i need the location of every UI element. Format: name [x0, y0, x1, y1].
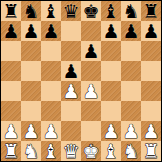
black-rook[interactable]: ♜: [142, 1, 159, 21]
white-pawn[interactable]: ♟: [22, 121, 39, 141]
square-g8[interactable]: ♞: [121, 1, 141, 21]
square-h2[interactable]: ♟: [141, 121, 161, 141]
square-h6[interactable]: [141, 41, 161, 61]
square-d7[interactable]: [61, 21, 81, 41]
square-h3[interactable]: [141, 101, 161, 121]
chess-board: ♜♞♝♛♚♝♞♜♟♟♟♟♟♟♟♟♟♟♟♟♟♟♟♟♜♞♝♛♚♝♞♜: [0, 0, 162, 162]
square-f8[interactable]: ♝: [101, 1, 121, 21]
black-pawn[interactable]: ♟: [102, 21, 119, 41]
square-h4[interactable]: [141, 81, 161, 101]
square-d1[interactable]: ♛: [61, 141, 81, 161]
square-d5[interactable]: ♟: [61, 61, 81, 81]
square-a6[interactable]: [1, 41, 21, 61]
white-pawn[interactable]: ♟: [82, 81, 99, 101]
square-b6[interactable]: [21, 41, 41, 61]
square-c1[interactable]: ♝: [41, 141, 61, 161]
white-pawn[interactable]: ♟: [142, 121, 159, 141]
square-c8[interactable]: ♝: [41, 1, 61, 21]
square-h1[interactable]: ♜: [141, 141, 161, 161]
black-pawn[interactable]: ♟: [142, 21, 159, 41]
square-f1[interactable]: ♝: [101, 141, 121, 161]
square-a1[interactable]: ♜: [1, 141, 21, 161]
white-bishop[interactable]: ♝: [102, 141, 119, 161]
black-bishop[interactable]: ♝: [102, 1, 119, 21]
square-c2[interactable]: ♟: [41, 121, 61, 141]
square-a2[interactable]: ♟: [1, 121, 21, 141]
white-knight[interactable]: ♞: [122, 141, 139, 161]
square-h8[interactable]: ♜: [141, 1, 161, 21]
square-g5[interactable]: [121, 61, 141, 81]
white-knight[interactable]: ♞: [22, 141, 39, 161]
black-bishop[interactable]: ♝: [42, 1, 59, 21]
white-pawn[interactable]: ♟: [102, 121, 119, 141]
square-f5[interactable]: [101, 61, 121, 81]
white-bishop[interactable]: ♝: [42, 141, 59, 161]
square-a5[interactable]: [1, 61, 21, 81]
white-queen[interactable]: ♛: [62, 141, 79, 161]
black-pawn[interactable]: ♟: [42, 21, 59, 41]
square-c5[interactable]: [41, 61, 61, 81]
white-rook[interactable]: ♜: [2, 141, 19, 161]
square-f7[interactable]: ♟: [101, 21, 121, 41]
square-b3[interactable]: [21, 101, 41, 121]
square-d3[interactable]: [61, 101, 81, 121]
square-e7[interactable]: [81, 21, 101, 41]
square-g4[interactable]: [121, 81, 141, 101]
black-pawn[interactable]: ♟: [2, 21, 19, 41]
white-pawn[interactable]: ♟: [62, 81, 79, 101]
square-h7[interactable]: ♟: [141, 21, 161, 41]
square-f6[interactable]: [101, 41, 121, 61]
black-pawn[interactable]: ♟: [82, 41, 99, 61]
square-b2[interactable]: ♟: [21, 121, 41, 141]
square-g1[interactable]: ♞: [121, 141, 141, 161]
square-f4[interactable]: [101, 81, 121, 101]
white-rook[interactable]: ♜: [142, 141, 159, 161]
square-a4[interactable]: [1, 81, 21, 101]
white-king[interactable]: ♚: [82, 141, 99, 161]
square-g3[interactable]: [121, 101, 141, 121]
white-pawn[interactable]: ♟: [2, 121, 19, 141]
square-f2[interactable]: ♟: [101, 121, 121, 141]
square-d4[interactable]: ♟: [61, 81, 81, 101]
square-c6[interactable]: [41, 41, 61, 61]
square-g6[interactable]: [121, 41, 141, 61]
square-d8[interactable]: ♛: [61, 1, 81, 21]
square-e5[interactable]: [81, 61, 101, 81]
square-e4[interactable]: ♟: [81, 81, 101, 101]
square-e1[interactable]: ♚: [81, 141, 101, 161]
square-b5[interactable]: [21, 61, 41, 81]
black-pawn[interactable]: ♟: [22, 21, 39, 41]
black-knight[interactable]: ♞: [22, 1, 39, 21]
square-b7[interactable]: ♟: [21, 21, 41, 41]
square-a3[interactable]: [1, 101, 21, 121]
square-e8[interactable]: ♚: [81, 1, 101, 21]
square-e3[interactable]: [81, 101, 101, 121]
black-pawn[interactable]: ♟: [122, 21, 139, 41]
square-g2[interactable]: ♟: [121, 121, 141, 141]
square-g7[interactable]: ♟: [121, 21, 141, 41]
white-pawn[interactable]: ♟: [42, 121, 59, 141]
square-c3[interactable]: [41, 101, 61, 121]
square-b1[interactable]: ♞: [21, 141, 41, 161]
white-pawn[interactable]: ♟: [122, 121, 139, 141]
square-d6[interactable]: [61, 41, 81, 61]
square-e2[interactable]: [81, 121, 101, 141]
square-c7[interactable]: ♟: [41, 21, 61, 41]
square-e6[interactable]: ♟: [81, 41, 101, 61]
square-f3[interactable]: [101, 101, 121, 121]
black-king[interactable]: ♚: [82, 1, 99, 21]
black-rook[interactable]: ♜: [2, 1, 19, 21]
black-queen[interactable]: ♛: [62, 1, 79, 21]
black-knight[interactable]: ♞: [122, 1, 139, 21]
square-a8[interactable]: ♜: [1, 1, 21, 21]
square-c4[interactable]: [41, 81, 61, 101]
square-b4[interactable]: [21, 81, 41, 101]
black-pawn[interactable]: ♟: [62, 61, 79, 81]
square-h5[interactable]: [141, 61, 161, 81]
square-b8[interactable]: ♞: [21, 1, 41, 21]
square-d2[interactable]: [61, 121, 81, 141]
square-a7[interactable]: ♟: [1, 21, 21, 41]
